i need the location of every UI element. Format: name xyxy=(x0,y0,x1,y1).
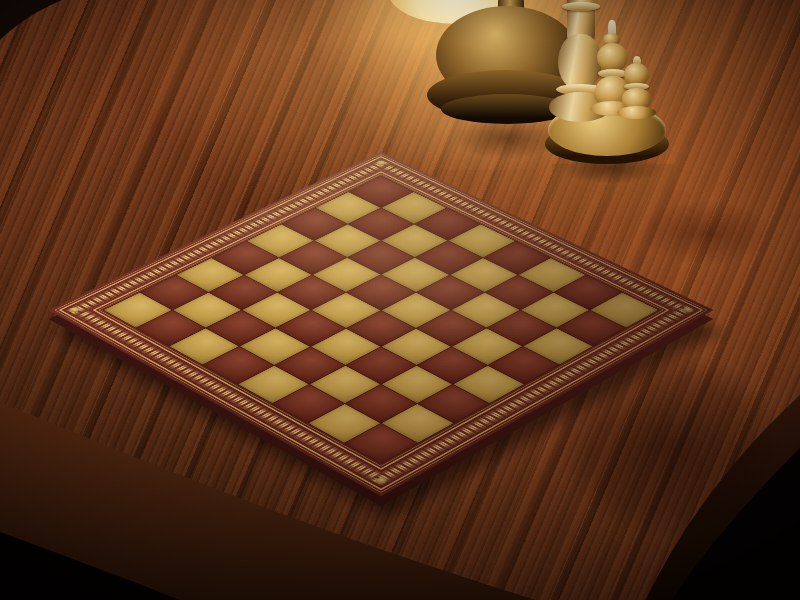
scene-photo xyxy=(0,0,800,600)
chess-board xyxy=(49,152,714,497)
board-perspective xyxy=(0,0,800,600)
chess-board-grid xyxy=(102,176,659,464)
